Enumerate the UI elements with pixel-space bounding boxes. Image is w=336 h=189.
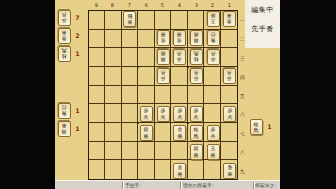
piece-char: 馬	[62, 48, 67, 53]
piece-char: 行	[211, 32, 216, 37]
piece-char: 香	[62, 37, 67, 42]
gote-hand-count: 1	[75, 125, 79, 132]
piece-char: 桂	[62, 55, 67, 60]
board-cell[interactable]	[155, 11, 171, 30]
hoshi-dot	[137, 66, 139, 68]
piece-19-香車[interactable]: 香車	[223, 163, 236, 179]
piece-char: 兵	[211, 51, 216, 56]
piece-char: 兵	[161, 114, 166, 119]
board-cell[interactable]	[105, 86, 121, 105]
board-cell[interactable]	[188, 86, 204, 105]
board-cell[interactable]	[122, 67, 138, 86]
piece-char: 王	[211, 20, 216, 25]
piece-char: 銀	[194, 39, 199, 44]
board-cell[interactable]	[89, 104, 105, 123]
board-cell[interactable]	[89, 160, 105, 179]
board-cell[interactable]	[138, 67, 154, 86]
piece-char: 歩	[62, 19, 67, 24]
statusbar-field: 予想手:	[125, 182, 141, 188]
gote-hand-count: 1	[75, 107, 79, 114]
file-label: 1	[222, 2, 236, 9]
piece-char: 玉	[211, 146, 216, 151]
board-cell[interactable]	[105, 160, 121, 179]
piece-char: 将	[211, 14, 216, 19]
piece-char: 行	[62, 105, 67, 110]
statusbar-divider	[180, 182, 182, 189]
piece-36-歩兵[interactable]: 歩兵	[190, 106, 203, 122]
board-cell[interactable]	[89, 11, 105, 30]
piece-38-銀将[interactable]: 銀将	[190, 144, 203, 160]
board-cell[interactable]	[89, 48, 105, 67]
piece-char: 歩	[227, 108, 232, 113]
piece-22-角行[interactable]: 角行	[207, 30, 220, 46]
statusbar-field: 現在の探索手:	[183, 182, 214, 188]
board-cell[interactable]	[89, 123, 105, 142]
piece-14-歩兵[interactable]: 歩兵	[223, 68, 236, 84]
piece-67-銀将[interactable]: 銀将	[140, 125, 153, 141]
piece-char: 兵	[177, 114, 182, 119]
status-bar: 予想手:現在の探索手:探索深さ:	[55, 180, 280, 189]
board-cell[interactable]	[89, 30, 105, 49]
piece-char: 歩	[194, 108, 199, 113]
gote-hand-歩兵[interactable]: 歩兵	[58, 10, 71, 26]
board-cell[interactable]	[122, 86, 138, 105]
board-cell[interactable]	[138, 48, 154, 67]
board-cell[interactable]	[188, 160, 204, 179]
board-cell[interactable]	[171, 67, 187, 86]
piece-27-歩兵[interactable]: 歩兵	[207, 125, 220, 141]
gote-hand-count: 2	[75, 32, 79, 39]
board-cell[interactable]	[122, 104, 138, 123]
piece-char: 車	[127, 20, 132, 25]
piece-71-飛車[interactable]: 飛車	[123, 11, 136, 27]
piece-char: 将	[177, 32, 182, 37]
piece-char: 将	[144, 133, 149, 138]
file-label: 9	[89, 2, 103, 9]
piece-34-歩兵[interactable]: 歩兵	[190, 68, 203, 84]
piece-char: 銀	[144, 127, 149, 132]
gote-hand-桂馬[interactable]: 桂馬	[58, 46, 71, 62]
board-cell[interactable]	[221, 142, 237, 161]
board-cell[interactable]	[122, 123, 138, 142]
board-cell[interactable]	[155, 86, 171, 105]
piece-char: 兵	[161, 70, 166, 75]
gote-hand-count: 1	[75, 50, 79, 57]
piece-char: 将	[177, 133, 182, 138]
board-cell[interactable]	[122, 30, 138, 49]
statusbar-field: 探索深さ:	[255, 182, 276, 188]
piece-43-歩兵[interactable]: 歩兵	[173, 49, 186, 65]
board-cell[interactable]	[122, 48, 138, 67]
piece-char: 桂	[194, 58, 199, 63]
board-cell[interactable]	[171, 86, 187, 105]
piece-42-金将[interactable]: 金将	[173, 30, 186, 46]
piece-char: 飛	[62, 130, 67, 135]
piece-char: 金	[177, 165, 182, 170]
piece-char: 兵	[227, 114, 232, 119]
piece-46-歩兵[interactable]: 歩兵	[173, 106, 186, 122]
piece-47-金将[interactable]: 金将	[173, 125, 186, 141]
board-cell[interactable]	[105, 67, 121, 86]
board-cell[interactable]	[89, 86, 105, 105]
gote-hand-香車[interactable]: 香車	[58, 28, 71, 44]
piece-16-歩兵[interactable]: 歩兵	[223, 106, 236, 122]
turn-indicator: 先手番	[245, 24, 280, 34]
file-label: 4	[172, 2, 186, 9]
board-cell[interactable]	[122, 142, 138, 161]
piece-char: 歩	[194, 77, 199, 82]
piece-char: 香	[227, 165, 232, 170]
piece-char: 金	[177, 39, 182, 44]
piece-char: 金	[177, 127, 182, 132]
gote-hand-count: 7	[75, 14, 79, 21]
file-label: 7	[122, 2, 136, 9]
piece-char: 将	[194, 152, 199, 157]
piece-56-歩兵[interactable]: 歩兵	[157, 106, 170, 122]
board-cell[interactable]	[221, 30, 237, 49]
board-cell[interactable]	[138, 142, 154, 161]
file-label: 2	[206, 2, 220, 9]
piece-char: 将	[161, 32, 166, 37]
piece-53-銀将[interactable]: 銀将	[157, 49, 170, 65]
board-cell[interactable]	[204, 67, 220, 86]
mode-label: 編集中	[245, 5, 280, 15]
piece-char: 将	[211, 152, 216, 157]
piece-char: 銀	[161, 58, 166, 63]
board-cell[interactable]	[204, 86, 220, 105]
board-cell[interactable]	[171, 142, 187, 161]
board-cell[interactable]	[221, 123, 237, 142]
board-cell[interactable]	[155, 142, 171, 161]
piece-char: 車	[227, 14, 232, 19]
piece-char: 兵	[211, 133, 216, 138]
piece-66-歩兵[interactable]: 歩兵	[140, 106, 153, 122]
board-cell[interactable]	[204, 104, 220, 123]
board-cell[interactable]	[221, 48, 237, 67]
piece-char: 歩	[144, 108, 149, 113]
piece-char: 車	[227, 171, 232, 176]
piece-char: 香	[227, 20, 232, 25]
hoshi-dot	[187, 66, 189, 68]
piece-char: 馬	[194, 133, 199, 138]
piece-char: 将	[177, 171, 182, 176]
board-cell[interactable]	[105, 48, 121, 67]
board-cell[interactable]	[105, 11, 121, 30]
board-cell[interactable]	[89, 142, 105, 161]
piece-char: 歩	[211, 127, 216, 132]
piece-char: 兵	[194, 70, 199, 75]
piece-52-金将[interactable]: 金将	[157, 30, 170, 46]
board-cell[interactable]	[89, 67, 105, 86]
sente-captured-tray[interactable]	[245, 48, 280, 180]
board-cell[interactable]	[138, 86, 154, 105]
piece-28-玉将[interactable]: 玉将	[207, 144, 220, 160]
file-label: 8	[106, 2, 120, 9]
board-cell[interactable]	[204, 160, 220, 179]
board-cell[interactable]	[105, 123, 121, 142]
piece-char: 車	[62, 30, 67, 35]
board-cell[interactable]	[105, 30, 121, 49]
piece-char: 歩	[227, 77, 232, 82]
board-cell[interactable]	[171, 11, 187, 30]
piece-11-香車[interactable]: 香車	[223, 11, 236, 27]
board-cell[interactable]	[155, 160, 171, 179]
piece-char: 角	[211, 39, 216, 44]
board-cell[interactable]	[138, 160, 154, 179]
board-cell[interactable]	[122, 160, 138, 179]
piece-char: 歩	[211, 58, 216, 63]
piece-char: 馬	[254, 128, 259, 133]
piece-49-金将[interactable]: 金将	[173, 163, 186, 179]
piece-char: 歩	[161, 108, 166, 113]
statusbar-divider	[122, 182, 124, 189]
piece-char: 桂	[254, 121, 259, 126]
piece-37-桂馬[interactable]: 桂馬	[190, 125, 203, 141]
piece-char: 兵	[227, 70, 232, 75]
board-cell[interactable]	[105, 142, 121, 161]
piece-char: 角	[62, 112, 67, 117]
board-cell[interactable]	[138, 30, 154, 49]
board-cell[interactable]	[221, 86, 237, 105]
piece-char: 兵	[144, 114, 149, 119]
piece-char: 桂	[194, 127, 199, 132]
piece-23-歩兵[interactable]: 歩兵	[207, 49, 220, 65]
board-cell[interactable]	[188, 11, 204, 30]
piece-char: 馬	[194, 51, 199, 56]
gote-hand-飛車[interactable]: 飛車	[58, 121, 71, 137]
piece-21-王将[interactable]: 王将	[207, 11, 220, 27]
sente-hand-count: 1	[267, 123, 271, 130]
piece-char: 歩	[177, 58, 182, 63]
piece-32-銀将[interactable]: 銀将	[190, 30, 203, 46]
piece-char: 兵	[177, 51, 182, 56]
file-label: 6	[139, 2, 153, 9]
board-cell[interactable]	[155, 123, 171, 142]
piece-char: 兵	[62, 12, 67, 17]
gote-hand-角行[interactable]: 角行	[58, 103, 71, 119]
piece-54-歩兵[interactable]: 歩兵	[157, 68, 170, 84]
piece-char: 歩	[161, 77, 166, 82]
board-cell[interactable]	[105, 104, 121, 123]
piece-char: 銀	[194, 146, 199, 151]
piece-char: 兵	[194, 114, 199, 119]
file-label: 5	[156, 2, 170, 9]
piece-char: 将	[194, 32, 199, 37]
piece-char: 歩	[177, 108, 182, 113]
piece-char: 将	[161, 51, 166, 56]
piece-char: 金	[161, 39, 166, 44]
info-panel: 編集中 先手番	[245, 0, 280, 48]
file-label: 3	[189, 2, 203, 9]
piece-char: 車	[62, 123, 67, 128]
piece-33-桂馬[interactable]: 桂馬	[190, 49, 203, 65]
sente-hand-桂馬[interactable]: 桂馬	[250, 119, 263, 135]
board-cell[interactable]	[138, 11, 154, 30]
